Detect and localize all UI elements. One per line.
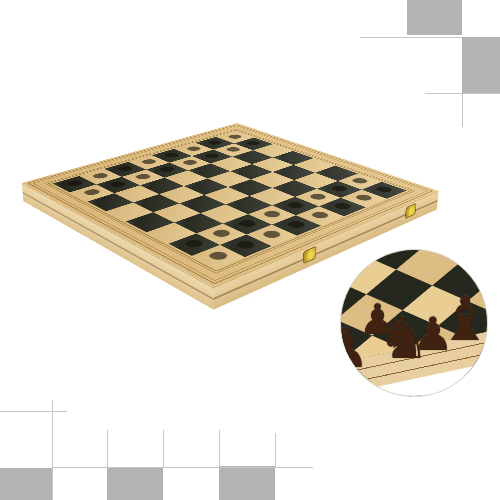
decor-gray-line: [219, 430, 220, 468]
detail-magnifier-inset: ♟♟♞♟♝: [340, 249, 488, 397]
square-a3: [87, 193, 133, 211]
decor-gray-line: [52, 400, 53, 500]
product-photo: ♜♞♝♛♚♝♞♜♟♟♟♟♟♟♟♟♟♟♟♟♟♟♟♟♜♞♝♛♚♝♞♜ ♟♟♞♟♝: [0, 0, 500, 500]
decor-gray-line: [275, 433, 276, 467]
decor-gray-square: [407, 0, 462, 35]
decor-gray-line: [0, 411, 67, 412]
square-b3: [114, 185, 159, 202]
decor-gray-square: [107, 468, 163, 500]
decor-gray-line: [163, 430, 164, 468]
decor-gray-line: [360, 37, 462, 38]
decor-gray-line: [462, 93, 463, 127]
black-rook-icon: ♜: [191, 200, 245, 260]
brass-latch-icon: [405, 203, 417, 219]
decor-gray-square: [462, 37, 500, 93]
square-a4: [106, 202, 153, 221]
inset-black-bishop-icon: ♝: [438, 289, 488, 349]
square-a5: [126, 212, 174, 232]
white-pawn-icon: ♟: [72, 151, 112, 195]
decor-gray-line: [107, 430, 108, 468]
decor-gray-square: [0, 468, 52, 500]
decor-gray-line: [52, 467, 313, 468]
decor-gray-square: [219, 466, 275, 500]
